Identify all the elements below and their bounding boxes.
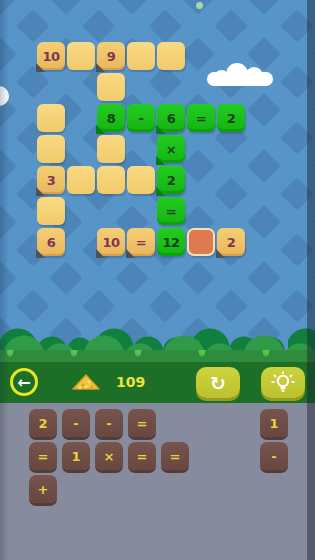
diamond-shape xyxy=(49,0,83,15)
right-edge-shade xyxy=(307,0,315,560)
board-cell-r6c1[interactable] xyxy=(37,197,65,225)
game-screen: 1098-6=2×32=610=122 ← 109 ↻ xyxy=(0,0,315,560)
tray-tile[interactable]: - xyxy=(95,409,123,437)
back-arrow-icon: ← xyxy=(17,373,30,392)
coin-pile-icon xyxy=(72,373,100,391)
diamond-shape xyxy=(247,261,281,295)
board-cell-r7c4[interactable]: = xyxy=(127,228,155,256)
hint-button[interactable] xyxy=(261,367,305,398)
board-cell-r1c3[interactable]: 9 xyxy=(97,42,125,70)
tray-tile[interactable]: = xyxy=(128,409,156,437)
board-cell-r6c5[interactable]: = xyxy=(157,197,185,225)
floating-dot xyxy=(196,2,203,9)
board-cell-r3c7[interactable]: 2 xyxy=(217,104,245,132)
board-cell-r4c5[interactable]: × xyxy=(157,135,185,163)
diamond-shape xyxy=(247,93,281,127)
board-cell-r3c4[interactable]: - xyxy=(127,104,155,132)
lightbulb-icon xyxy=(270,371,296,395)
diamond-shape xyxy=(148,9,182,43)
board-cell-r4c3[interactable] xyxy=(97,135,125,163)
tray-tile[interactable]: - xyxy=(260,442,288,470)
board-cell-r3c5[interactable]: 6 xyxy=(157,104,185,132)
board-cell-r5c1[interactable]: 3 xyxy=(37,166,65,194)
tile-tray: 2--=1=1×==-+ xyxy=(0,403,315,560)
diamond-shape xyxy=(181,261,215,295)
diamond-shape xyxy=(16,9,50,43)
treeline xyxy=(0,314,315,362)
tray-tile[interactable]: = xyxy=(161,442,189,470)
board-cell-r5c5[interactable]: 2 xyxy=(157,166,185,194)
tray-tile[interactable]: = xyxy=(29,442,57,470)
diamond-shape xyxy=(247,0,281,15)
tray-tile[interactable]: - xyxy=(62,409,90,437)
board-cell-r1c4[interactable] xyxy=(127,42,155,70)
coin-amount: 109 xyxy=(116,374,145,390)
board-cell-r7c6[interactable] xyxy=(187,228,215,256)
board-cell-r5c4[interactable] xyxy=(127,166,155,194)
board-cell-r1c5[interactable] xyxy=(157,42,185,70)
board-cell-r7c7[interactable]: 2 xyxy=(217,228,245,256)
diamond-shape xyxy=(49,261,83,295)
tray-tile[interactable]: × xyxy=(95,442,123,470)
puzzle-board: 1098-6=2×32=610=122 xyxy=(37,42,245,256)
diamond-shape xyxy=(214,9,248,43)
board-cell-r7c1[interactable]: 6 xyxy=(37,228,65,256)
board-cell-r7c5[interactable]: 12 xyxy=(157,228,185,256)
board-cell-r1c2[interactable] xyxy=(67,42,95,70)
board-cell-r3c3[interactable]: 8 xyxy=(97,104,125,132)
diamond-shape xyxy=(115,261,149,295)
board-cell-r3c1[interactable] xyxy=(37,104,65,132)
diamond-shape xyxy=(247,205,281,239)
left-edge-shade xyxy=(0,0,9,560)
tray-tile[interactable]: 2 xyxy=(29,409,57,437)
diamond-shape xyxy=(82,9,116,43)
refresh-button[interactable]: ↻ xyxy=(196,367,240,398)
board-cell-r5c2[interactable] xyxy=(67,166,95,194)
refresh-icon: ↻ xyxy=(210,372,226,394)
tray-tile[interactable]: 1 xyxy=(260,409,288,437)
board-cell-r7c3[interactable]: 10 xyxy=(97,228,125,256)
board-cell-r3c6[interactable]: = xyxy=(187,104,215,132)
tray-tile[interactable]: = xyxy=(128,442,156,470)
board-cell-r2c3[interactable] xyxy=(97,73,125,101)
tray-tile[interactable]: 1 xyxy=(62,442,90,470)
diamond-shape xyxy=(115,0,149,15)
board-cell-r1c1[interactable]: 10 xyxy=(37,42,65,70)
diamond-shape xyxy=(247,149,281,183)
grass-strip xyxy=(0,350,315,362)
board-cell-r4c1[interactable] xyxy=(37,135,65,163)
toolbar: ← 109 ↻ xyxy=(0,362,315,403)
board-cell-r5c3[interactable] xyxy=(97,166,125,194)
coin-counter: 109 xyxy=(72,373,145,391)
back-button[interactable]: ← xyxy=(10,368,38,396)
tray-tile[interactable]: + xyxy=(29,475,57,503)
